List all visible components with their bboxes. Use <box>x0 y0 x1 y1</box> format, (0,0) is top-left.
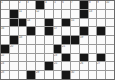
clue-number: 30 <box>71 71 74 73</box>
letter-cell[interactable] <box>10 27 18 35</box>
letter-cell[interactable] <box>45 10 53 18</box>
letter-cell[interactable]: 2 <box>19 1 27 9</box>
letter-cell[interactable] <box>1 36 9 44</box>
clue-number: 24 <box>1 62 4 64</box>
block-cell <box>10 36 18 44</box>
letter-cell[interactable] <box>1 10 9 18</box>
letter-cell[interactable]: 18 <box>19 36 27 44</box>
letter-cell[interactable]: 27 <box>97 62 105 70</box>
clue-number: 14 <box>27 19 30 21</box>
block-cell <box>97 54 105 62</box>
letter-cell[interactable]: 7 <box>71 1 79 9</box>
letter-cell[interactable] <box>36 62 44 70</box>
letter-cell[interactable] <box>19 71 27 79</box>
letter-cell[interactable] <box>106 36 114 44</box>
letter-cell[interactable]: 14 <box>27 19 35 27</box>
block-cell <box>45 27 53 35</box>
letter-cell[interactable]: 9 <box>97 1 105 9</box>
block-cell <box>80 27 88 35</box>
letter-cell[interactable] <box>106 62 114 70</box>
letter-cell[interactable] <box>36 27 44 35</box>
letter-cell[interactable] <box>36 36 44 44</box>
clue-number: 17 <box>54 27 57 29</box>
letter-cell[interactable] <box>27 10 35 18</box>
block-cell <box>71 36 79 44</box>
letter-cell[interactable] <box>62 27 70 35</box>
clue-number: 22 <box>1 54 4 56</box>
letter-cell[interactable] <box>97 36 105 44</box>
letter-cell[interactable] <box>106 45 114 53</box>
letter-cell[interactable] <box>10 1 18 9</box>
crossword-screenshot: 1234567891011121314151617181920212223242… <box>0 0 115 80</box>
letter-cell[interactable] <box>1 19 9 27</box>
letter-cell[interactable]: 24 <box>1 62 9 70</box>
letter-cell[interactable] <box>36 45 44 53</box>
clue-number: 16 <box>1 27 4 29</box>
clue-number: 23 <box>54 54 57 56</box>
letter-cell[interactable] <box>19 45 27 53</box>
letter-cell[interactable] <box>106 54 114 62</box>
letter-cell[interactable] <box>106 71 114 79</box>
block-cell <box>80 1 88 9</box>
clue-number: 7 <box>71 1 72 3</box>
block-cell <box>27 27 35 35</box>
clue-number: 3 <box>27 1 28 3</box>
letter-cell[interactable] <box>10 71 18 79</box>
letter-cell[interactable] <box>89 27 97 35</box>
clue-number: 18 <box>19 36 22 38</box>
letter-cell[interactable] <box>71 54 79 62</box>
letter-cell[interactable]: 15 <box>71 19 79 27</box>
letter-cell[interactable]: 16 <box>1 27 9 35</box>
clue-number: 11 <box>19 10 22 12</box>
clue-number: 1 <box>1 1 2 3</box>
letter-cell[interactable] <box>10 62 18 70</box>
clue-number: 4 <box>45 1 46 3</box>
block-cell <box>10 19 18 27</box>
letter-cell[interactable] <box>10 54 18 62</box>
letter-cell[interactable] <box>54 71 62 79</box>
letter-cell[interactable] <box>27 54 35 62</box>
letter-cell[interactable]: 10 <box>106 1 114 9</box>
letter-cell[interactable]: 17 <box>54 27 62 35</box>
letter-cell[interactable]: 12 <box>36 10 44 18</box>
clue-number: 27 <box>97 62 100 64</box>
letter-cell[interactable] <box>36 19 44 27</box>
letter-cell[interactable] <box>45 54 53 62</box>
block-cell <box>80 10 88 18</box>
letter-cell[interactable]: 19 <box>80 36 88 44</box>
letter-cell[interactable]: 30 <box>71 71 79 79</box>
letter-cell[interactable] <box>71 62 79 70</box>
letter-cell[interactable] <box>54 36 62 44</box>
letter-cell[interactable]: 25 <box>54 62 62 70</box>
letter-cell[interactable] <box>45 36 53 44</box>
letter-cell[interactable] <box>19 62 27 70</box>
clue-number: 2 <box>19 1 20 3</box>
clue-number: 5 <box>54 1 55 3</box>
clue-number: 26 <box>80 62 83 64</box>
block-cell <box>80 54 88 62</box>
letter-cell[interactable] <box>89 62 97 70</box>
clue-number: 6 <box>62 1 63 3</box>
block-cell <box>62 19 70 27</box>
clue-number: 13 <box>89 10 92 12</box>
letter-cell[interactable] <box>27 36 35 44</box>
letter-cell[interactable]: 6 <box>62 1 70 9</box>
letter-cell[interactable] <box>71 10 79 18</box>
clue-number: 29 <box>36 71 39 73</box>
clue-number: 12 <box>36 10 39 12</box>
block-cell <box>97 27 105 35</box>
clue-number: 21 <box>62 45 65 47</box>
letter-cell[interactable] <box>97 45 105 53</box>
letter-cell[interactable] <box>45 45 53 53</box>
clue-number: 19 <box>80 36 83 38</box>
letter-cell[interactable] <box>54 10 62 18</box>
letter-cell[interactable]: 13 <box>89 10 97 18</box>
clue-number: 8 <box>89 1 90 3</box>
letter-cell[interactable] <box>19 27 27 35</box>
letter-cell[interactable] <box>80 19 88 27</box>
clue-number: 9 <box>97 1 98 3</box>
letter-cell[interactable]: 1 <box>1 1 9 9</box>
block-cell <box>19 19 27 27</box>
clue-number: 15 <box>71 19 74 21</box>
letter-cell[interactable] <box>27 45 35 53</box>
letter-cell[interactable]: 23 <box>54 54 62 62</box>
block-cell <box>54 45 62 53</box>
block-cell <box>45 19 53 27</box>
letter-cell[interactable] <box>97 71 105 79</box>
letter-cell[interactable]: 26 <box>80 62 88 70</box>
letter-cell[interactable]: 29 <box>36 71 44 79</box>
clue-number: 25 <box>54 62 57 64</box>
letter-cell[interactable] <box>106 10 114 18</box>
letter-cell[interactable] <box>19 54 27 62</box>
clue-number: 28 <box>1 71 4 73</box>
letter-cell[interactable]: 3 <box>27 1 35 9</box>
block-cell <box>45 62 53 70</box>
letter-cell[interactable]: 11 <box>19 10 27 18</box>
letter-cell[interactable]: 8 <box>89 1 97 9</box>
letter-cell[interactable] <box>62 62 70 70</box>
letter-cell[interactable] <box>89 36 97 44</box>
letter-cell[interactable] <box>106 27 114 35</box>
block-cell <box>36 1 44 9</box>
letter-cell[interactable] <box>45 71 53 79</box>
block-cell <box>10 10 18 18</box>
letter-cell[interactable] <box>97 19 105 27</box>
letter-cell[interactable] <box>97 10 105 18</box>
clue-number: 20 <box>10 45 13 47</box>
letter-cell[interactable]: 21 <box>62 45 70 53</box>
crossword-grid: 1234567891011121314151617181920212223242… <box>0 0 115 80</box>
block-cell <box>1 45 9 53</box>
letter-cell[interactable] <box>89 54 97 62</box>
letter-cell[interactable] <box>89 71 97 79</box>
letter-cell[interactable] <box>54 19 62 27</box>
letter-cell[interactable] <box>80 71 88 79</box>
block-cell <box>62 36 70 44</box>
letter-cell[interactable] <box>106 19 114 27</box>
letter-cell[interactable] <box>89 19 97 27</box>
letter-cell[interactable] <box>62 10 70 18</box>
letter-cell[interactable]: 5 <box>54 1 62 9</box>
letter-cell[interactable] <box>89 45 97 53</box>
letter-cell[interactable]: 28 <box>1 71 9 79</box>
letter-cell[interactable] <box>71 27 79 35</box>
block-cell <box>62 71 70 79</box>
letter-cell[interactable] <box>80 45 88 53</box>
letter-cell[interactable] <box>27 62 35 70</box>
letter-cell[interactable]: 20 <box>10 45 18 53</box>
letter-cell[interactable]: 4 <box>45 1 53 9</box>
letter-cell[interactable] <box>71 45 79 53</box>
block-cell <box>27 71 35 79</box>
clue-number: 10 <box>106 1 109 3</box>
letter-cell[interactable] <box>36 54 44 62</box>
letter-cell[interactable]: 22 <box>1 54 9 62</box>
block-cell <box>62 54 70 62</box>
